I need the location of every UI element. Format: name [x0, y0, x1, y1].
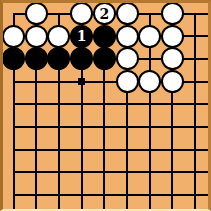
white-stone	[138, 70, 161, 93]
go-board: 21	[3, 3, 208, 209]
black-stone	[93, 47, 116, 70]
grid-line-vertical	[194, 13, 196, 210]
white-stone	[161, 47, 184, 70]
move-number-label: 1	[77, 29, 87, 43]
black-stone-move-1: 1	[70, 25, 93, 48]
white-stone	[70, 2, 93, 25]
white-stone	[116, 70, 139, 93]
grid-line-horizontal	[13, 171, 209, 173]
white-stone	[2, 25, 25, 48]
go-diagram: 21	[0, 0, 211, 211]
white-stone	[116, 2, 139, 25]
grid-line-horizontal	[13, 103, 209, 105]
white-stone	[138, 25, 161, 48]
black-stone	[25, 47, 48, 70]
white-stone	[47, 25, 70, 48]
grid-line-horizontal	[13, 194, 209, 196]
white-stone	[25, 2, 48, 25]
grid-line-horizontal	[13, 149, 209, 151]
white-stone	[116, 47, 139, 70]
white-stone	[161, 2, 184, 25]
black-stone	[70, 47, 93, 70]
black-stone	[93, 25, 116, 48]
black-stone	[47, 47, 70, 70]
white-stone	[161, 70, 184, 93]
move-number-label: 2	[99, 6, 109, 20]
star-point	[78, 78, 85, 85]
grid-line-horizontal	[13, 126, 209, 128]
white-stone-move-2: 2	[93, 2, 116, 25]
white-stone	[161, 25, 184, 48]
black-stone	[2, 47, 25, 70]
white-stone	[116, 25, 139, 48]
white-stone	[25, 25, 48, 48]
